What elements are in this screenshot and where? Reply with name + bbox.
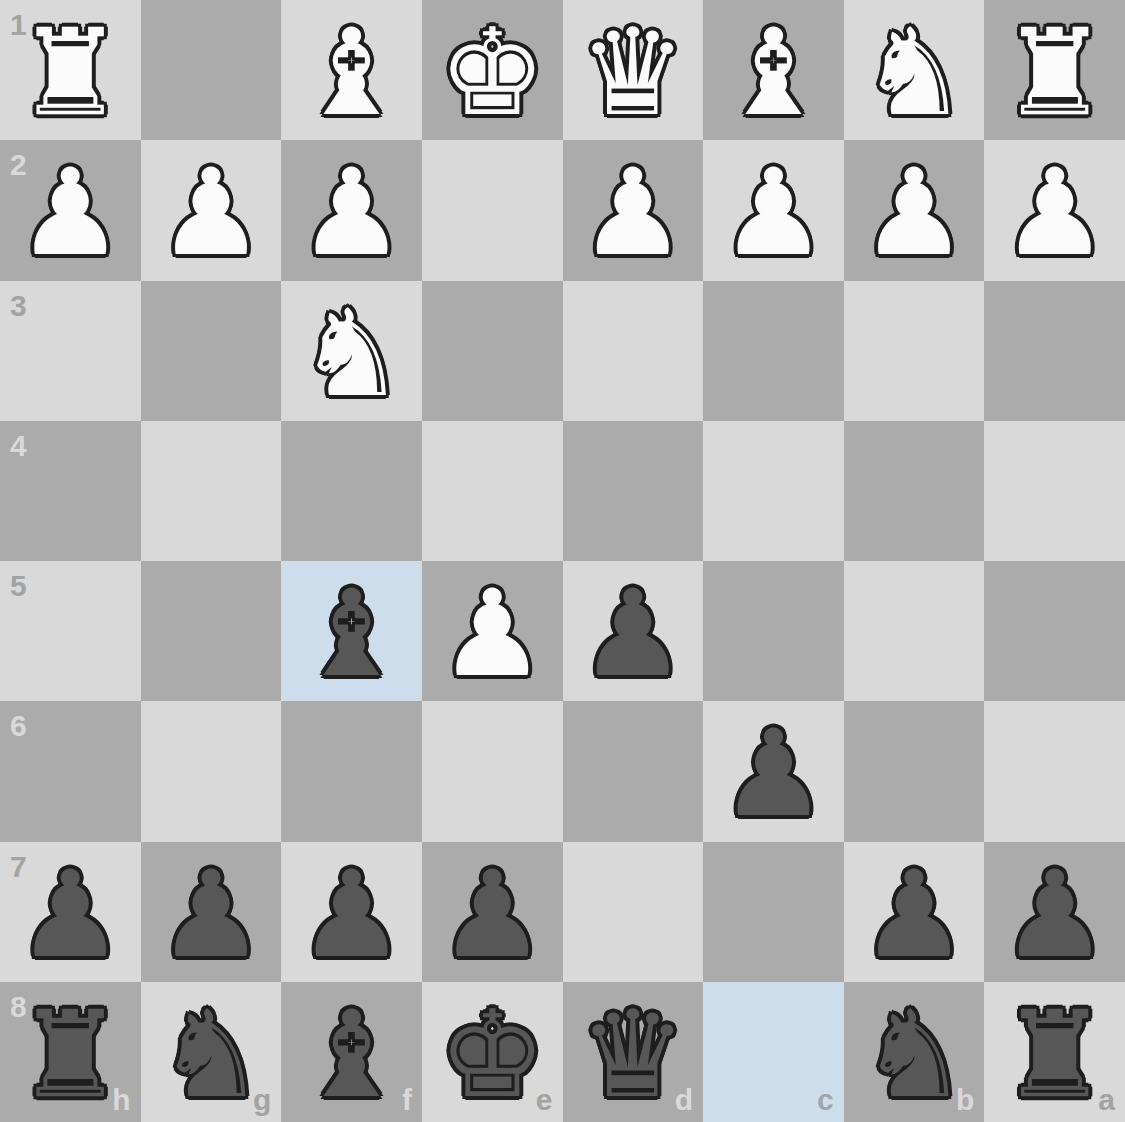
- white-pawn[interactable]: ♟: [860, 153, 968, 273]
- square-a1[interactable]: ♜: [984, 0, 1125, 140]
- square-e1[interactable]: ♚: [422, 0, 563, 140]
- square-g6[interactable]: [141, 701, 282, 841]
- black-knight[interactable]: ♞: [157, 995, 265, 1115]
- square-h1[interactable]: 1♜: [0, 0, 141, 140]
- square-c5[interactable]: [703, 561, 844, 701]
- white-pawn[interactable]: ♟: [157, 153, 265, 273]
- square-b7[interactable]: ♟: [844, 842, 985, 982]
- square-f1[interactable]: ♝: [281, 0, 422, 140]
- white-rook[interactable]: ♜: [1001, 13, 1109, 133]
- square-d1[interactable]: ♛: [563, 0, 704, 140]
- rank-label-6: 6: [10, 709, 27, 743]
- square-g4[interactable]: [141, 421, 282, 561]
- square-a7[interactable]: ♟: [984, 842, 1125, 982]
- white-pawn[interactable]: ♟: [298, 153, 406, 273]
- white-king[interactable]: ♚: [438, 13, 546, 133]
- black-bishop[interactable]: ♝: [298, 995, 406, 1115]
- white-pawn[interactable]: ♟: [720, 153, 828, 273]
- square-b3[interactable]: [844, 281, 985, 421]
- white-pawn[interactable]: ♟: [1001, 153, 1109, 273]
- square-b8[interactable]: b♞: [844, 982, 985, 1122]
- square-f7[interactable]: ♟: [281, 842, 422, 982]
- white-pawn[interactable]: ♟: [17, 153, 125, 273]
- square-h2[interactable]: 2♟: [0, 140, 141, 280]
- square-a8[interactable]: a♜: [984, 982, 1125, 1122]
- square-g7[interactable]: ♟: [141, 842, 282, 982]
- square-c4[interactable]: [703, 421, 844, 561]
- black-pawn[interactable]: ♟: [1001, 855, 1109, 975]
- square-c3[interactable]: [703, 281, 844, 421]
- square-h7[interactable]: 7♟: [0, 842, 141, 982]
- square-f2[interactable]: ♟: [281, 140, 422, 280]
- square-g8[interactable]: g♞: [141, 982, 282, 1122]
- square-h3[interactable]: 3: [0, 281, 141, 421]
- white-knight[interactable]: ♞: [860, 13, 968, 133]
- square-d2[interactable]: ♟: [563, 140, 704, 280]
- white-knight[interactable]: ♞: [298, 294, 406, 414]
- square-g1[interactable]: [141, 0, 282, 140]
- chess-board: 1♜♝♚♛♝♞♜2♟♟♟♟♟♟♟3♞45♝♟♟6♟7♟♟♟♟♟♟8h♜g♞f♝e…: [0, 0, 1125, 1122]
- square-c8[interactable]: c: [703, 982, 844, 1122]
- square-c1[interactable]: ♝: [703, 0, 844, 140]
- square-a3[interactable]: [984, 281, 1125, 421]
- square-d4[interactable]: [563, 421, 704, 561]
- black-bishop[interactable]: ♝: [298, 574, 406, 694]
- square-e3[interactable]: [422, 281, 563, 421]
- square-f3[interactable]: ♞: [281, 281, 422, 421]
- black-pawn[interactable]: ♟: [298, 855, 406, 975]
- file-label-c: c: [817, 1083, 834, 1117]
- black-rook[interactable]: ♜: [17, 995, 125, 1115]
- square-f8[interactable]: f♝: [281, 982, 422, 1122]
- white-bishop[interactable]: ♝: [298, 13, 406, 133]
- black-rook[interactable]: ♜: [1001, 995, 1109, 1115]
- square-h8[interactable]: 8h♜: [0, 982, 141, 1122]
- square-a6[interactable]: [984, 701, 1125, 841]
- square-b6[interactable]: [844, 701, 985, 841]
- square-h4[interactable]: 4: [0, 421, 141, 561]
- black-queen[interactable]: ♛: [579, 995, 687, 1115]
- square-a4[interactable]: [984, 421, 1125, 561]
- square-b1[interactable]: ♞: [844, 0, 985, 140]
- rank-label-4: 4: [10, 429, 27, 463]
- black-king[interactable]: ♚: [438, 995, 546, 1115]
- black-pawn[interactable]: ♟: [720, 714, 828, 834]
- square-e6[interactable]: [422, 701, 563, 841]
- square-f5[interactable]: ♝: [281, 561, 422, 701]
- black-pawn[interactable]: ♟: [860, 855, 968, 975]
- square-h6[interactable]: 6: [0, 701, 141, 841]
- square-e5[interactable]: ♟: [422, 561, 563, 701]
- white-bishop[interactable]: ♝: [720, 13, 828, 133]
- square-a2[interactable]: ♟: [984, 140, 1125, 280]
- square-f4[interactable]: [281, 421, 422, 561]
- black-pawn[interactable]: ♟: [438, 855, 546, 975]
- square-d5[interactable]: ♟: [563, 561, 704, 701]
- square-f6[interactable]: [281, 701, 422, 841]
- square-b2[interactable]: ♟: [844, 140, 985, 280]
- square-h5[interactable]: 5: [0, 561, 141, 701]
- white-rook[interactable]: ♜: [17, 13, 125, 133]
- black-pawn[interactable]: ♟: [17, 855, 125, 975]
- square-e7[interactable]: ♟: [422, 842, 563, 982]
- white-pawn[interactable]: ♟: [438, 574, 546, 694]
- square-d8[interactable]: d♛: [563, 982, 704, 1122]
- square-b4[interactable]: [844, 421, 985, 561]
- square-e2[interactable]: [422, 140, 563, 280]
- rank-label-3: 3: [10, 289, 27, 323]
- square-g2[interactable]: ♟: [141, 140, 282, 280]
- square-g3[interactable]: [141, 281, 282, 421]
- square-a5[interactable]: [984, 561, 1125, 701]
- square-c2[interactable]: ♟: [703, 140, 844, 280]
- square-c7[interactable]: [703, 842, 844, 982]
- white-queen[interactable]: ♛: [579, 13, 687, 133]
- square-e4[interactable]: [422, 421, 563, 561]
- square-d7[interactable]: [563, 842, 704, 982]
- white-pawn[interactable]: ♟: [579, 153, 687, 273]
- black-knight[interactable]: ♞: [860, 995, 968, 1115]
- square-d3[interactable]: [563, 281, 704, 421]
- rank-label-5: 5: [10, 569, 27, 603]
- square-e8[interactable]: e♚: [422, 982, 563, 1122]
- square-d6[interactable]: [563, 701, 704, 841]
- square-b5[interactable]: [844, 561, 985, 701]
- square-g5[interactable]: [141, 561, 282, 701]
- black-pawn[interactable]: ♟: [157, 855, 265, 975]
- black-pawn[interactable]: ♟: [579, 574, 687, 694]
- square-c6[interactable]: ♟: [703, 701, 844, 841]
